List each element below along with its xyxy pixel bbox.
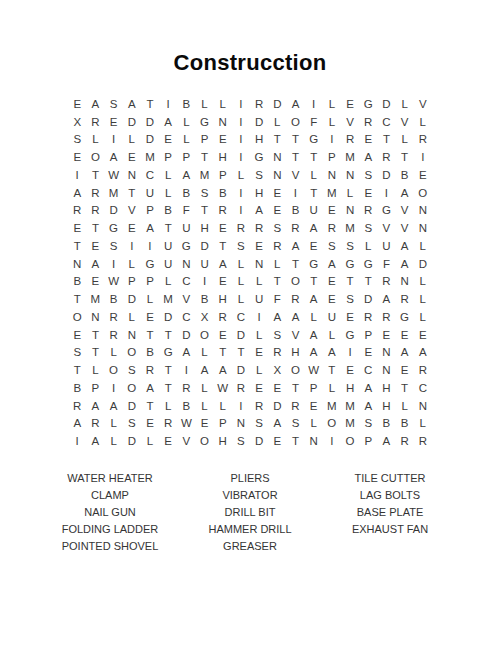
grid-cell[interactable]: P — [177, 148, 195, 166]
grid-cell[interactable]: P — [214, 415, 232, 433]
grid-cell[interactable]: I — [232, 148, 250, 166]
grid-cell[interactable]: N — [305, 432, 323, 450]
grid-cell[interactable]: I — [232, 113, 250, 131]
grid-cell[interactable]: B — [377, 415, 395, 433]
grid-cell[interactable]: E — [159, 432, 177, 450]
grid-cell[interactable]: A — [86, 255, 104, 273]
grid-cell[interactable]: I — [68, 166, 86, 184]
grid-cell[interactable]: V — [177, 432, 195, 450]
grid-cell[interactable]: L — [214, 95, 232, 113]
grid-cell[interactable]: N — [377, 344, 395, 362]
grid-cell[interactable]: X — [68, 113, 86, 131]
grid-cell[interactable]: H — [214, 290, 232, 308]
grid-cell[interactable]: P — [359, 432, 377, 450]
grid-cell[interactable]: E — [195, 415, 213, 433]
grid-cell[interactable]: S — [123, 415, 141, 433]
grid-cell[interactable]: U — [141, 184, 159, 202]
grid-cell[interactable]: S — [250, 415, 268, 433]
grid-cell[interactable]: P — [86, 379, 104, 397]
grid-cell[interactable]: E — [396, 326, 414, 344]
grid-cell[interactable]: H — [250, 131, 268, 149]
grid-cell[interactable]: T — [86, 326, 104, 344]
grid-cell[interactable]: L — [250, 273, 268, 291]
grid-cell[interactable]: E — [268, 379, 286, 397]
grid-cell[interactable]: A — [396, 255, 414, 273]
grid-cell[interactable]: T — [268, 131, 286, 149]
grid-cell[interactable]: B — [105, 290, 123, 308]
grid-cell[interactable]: C — [141, 166, 159, 184]
grid-cell[interactable]: L — [232, 273, 250, 291]
grid-cell[interactable]: N — [268, 148, 286, 166]
grid-cell[interactable]: V — [396, 219, 414, 237]
grid-cell[interactable]: E — [377, 326, 395, 344]
grid-cell[interactable]: D — [123, 290, 141, 308]
grid-cell[interactable]: V — [286, 326, 304, 344]
grid-cell[interactable]: M — [341, 219, 359, 237]
grid-cell[interactable]: E — [250, 379, 268, 397]
grid-cell[interactable]: G — [341, 255, 359, 273]
grid-cell[interactable]: B — [195, 290, 213, 308]
grid-cell[interactable]: N — [377, 361, 395, 379]
grid-cell[interactable]: L — [86, 131, 104, 149]
grid-cell[interactable]: U — [159, 255, 177, 273]
grid-cell[interactable]: D — [159, 308, 177, 326]
grid-cell[interactable]: L — [159, 184, 177, 202]
grid-cell[interactable]: S — [123, 361, 141, 379]
grid-cell[interactable]: N — [414, 219, 432, 237]
grid-cell[interactable]: N — [396, 273, 414, 291]
grid-cell[interactable]: W — [105, 273, 123, 291]
grid-cell[interactable]: E — [250, 237, 268, 255]
grid-cell[interactable]: B — [68, 273, 86, 291]
grid-cell[interactable]: L — [232, 166, 250, 184]
grid-cell[interactable]: R — [214, 308, 232, 326]
grid-cell[interactable]: E — [123, 219, 141, 237]
grid-cell[interactable]: R — [359, 113, 377, 131]
grid-cell[interactable]: A — [377, 290, 395, 308]
grid-cell[interactable]: D — [123, 113, 141, 131]
grid-cell[interactable]: G — [305, 131, 323, 149]
grid-cell[interactable]: S — [359, 415, 377, 433]
grid-cell[interactable]: N — [177, 255, 195, 273]
grid-cell[interactable]: R — [250, 397, 268, 415]
grid-cell[interactable]: D — [250, 113, 268, 131]
grid-cell[interactable]: C — [232, 308, 250, 326]
grid-cell[interactable]: S — [268, 326, 286, 344]
grid-cell[interactable]: A — [305, 219, 323, 237]
grid-cell[interactable]: S — [341, 237, 359, 255]
grid-cell[interactable]: S — [286, 415, 304, 433]
grid-cell[interactable]: D — [141, 131, 159, 149]
grid-cell[interactable]: L — [250, 361, 268, 379]
grid-cell[interactable]: U — [159, 237, 177, 255]
grid-cell[interactable]: L — [341, 184, 359, 202]
grid-cell[interactable]: L — [86, 361, 104, 379]
grid-cell[interactable]: L — [396, 131, 414, 149]
grid-cell[interactable]: T — [396, 379, 414, 397]
grid-cell[interactable]: D — [250, 432, 268, 450]
grid-cell[interactable]: A — [214, 361, 232, 379]
grid-cell[interactable]: I — [323, 432, 341, 450]
grid-cell[interactable]: E — [323, 273, 341, 291]
grid-cell[interactable]: H — [250, 184, 268, 202]
grid-cell[interactable]: E — [86, 237, 104, 255]
grid-cell[interactable]: S — [68, 131, 86, 149]
grid-cell[interactable]: L — [414, 273, 432, 291]
grid-cell[interactable]: L — [305, 166, 323, 184]
grid-cell[interactable]: L — [323, 113, 341, 131]
grid-cell[interactable]: P — [141, 202, 159, 220]
grid-cell[interactable]: T — [286, 432, 304, 450]
grid-cell[interactable]: E — [341, 308, 359, 326]
grid-cell[interactable]: D — [232, 361, 250, 379]
grid-cell[interactable]: G — [195, 113, 213, 131]
grid-cell[interactable]: V — [177, 290, 195, 308]
grid-cell[interactable]: L — [305, 308, 323, 326]
grid-cell[interactable]: E — [268, 184, 286, 202]
grid-cell[interactable]: S — [250, 166, 268, 184]
grid-cell[interactable]: V — [341, 113, 359, 131]
grid-cell[interactable]: U — [177, 219, 195, 237]
grid-cell[interactable]: W — [177, 415, 195, 433]
grid-cell[interactable]: L — [123, 255, 141, 273]
grid-cell[interactable]: N — [86, 308, 104, 326]
grid-cell[interactable]: I — [68, 432, 86, 450]
grid-cell[interactable]: G — [159, 344, 177, 362]
grid-cell[interactable]: N — [250, 255, 268, 273]
grid-cell[interactable]: R — [68, 397, 86, 415]
grid-cell[interactable]: T — [68, 290, 86, 308]
grid-cell[interactable]: R — [232, 379, 250, 397]
grid-cell[interactable]: N — [123, 326, 141, 344]
grid-cell[interactable]: R — [232, 219, 250, 237]
grid-cell[interactable]: M — [341, 397, 359, 415]
grid-cell[interactable]: M — [323, 184, 341, 202]
grid-cell[interactable]: H — [377, 379, 395, 397]
grid-cell[interactable]: L — [195, 344, 213, 362]
grid-cell[interactable]: A — [177, 166, 195, 184]
grid-cell[interactable]: B — [286, 202, 304, 220]
grid-cell[interactable]: A — [86, 95, 104, 113]
grid-cell[interactable]: L — [105, 344, 123, 362]
grid-cell[interactable]: E — [359, 344, 377, 362]
grid-cell[interactable]: N — [123, 166, 141, 184]
grid-cell[interactable]: L — [396, 397, 414, 415]
grid-cell[interactable]: T — [286, 131, 304, 149]
grid-cell[interactable]: R — [286, 219, 304, 237]
grid-cell[interactable]: I — [105, 131, 123, 149]
grid-cell[interactable]: T — [86, 219, 104, 237]
grid-cell[interactable]: E — [123, 148, 141, 166]
grid-cell[interactable]: R — [268, 344, 286, 362]
grid-cell[interactable]: W — [105, 166, 123, 184]
grid-cell[interactable]: E — [68, 326, 86, 344]
grid-cell[interactable]: R — [86, 184, 104, 202]
grid-cell[interactable]: L — [195, 95, 213, 113]
grid-cell[interactable]: D — [123, 432, 141, 450]
grid-cell[interactable]: A — [86, 432, 104, 450]
grid-cell[interactable]: O — [286, 113, 304, 131]
grid-cell[interactable]: T — [159, 361, 177, 379]
grid-cell[interactable]: G — [105, 219, 123, 237]
grid-cell[interactable]: I — [159, 95, 177, 113]
grid-cell[interactable]: R — [414, 361, 432, 379]
grid-cell[interactable]: L — [123, 131, 141, 149]
grid-cell[interactable]: U — [377, 237, 395, 255]
grid-cell[interactable]: D — [268, 95, 286, 113]
grid-cell[interactable]: F — [268, 290, 286, 308]
grid-cell[interactable]: S — [359, 219, 377, 237]
grid-cell[interactable]: L — [214, 397, 232, 415]
grid-cell[interactable]: I — [250, 308, 268, 326]
grid-cell[interactable]: A — [396, 184, 414, 202]
grid-cell[interactable]: I — [232, 95, 250, 113]
grid-cell[interactable]: U — [323, 308, 341, 326]
grid-cell[interactable]: O — [123, 344, 141, 362]
grid-cell[interactable]: T — [214, 237, 232, 255]
grid-cell[interactable]: T — [141, 326, 159, 344]
grid-cell[interactable]: A — [286, 308, 304, 326]
grid-cell[interactable]: D — [268, 397, 286, 415]
grid-cell[interactable]: M — [195, 166, 213, 184]
grid-cell[interactable]: L — [323, 379, 341, 397]
grid-cell[interactable]: L — [323, 95, 341, 113]
grid-cell[interactable]: D — [141, 113, 159, 131]
grid-cell[interactable]: I — [323, 131, 341, 149]
grid-cell[interactable]: D — [359, 290, 377, 308]
grid-cell[interactable]: X — [195, 308, 213, 326]
grid-cell[interactable]: A — [286, 237, 304, 255]
grid-cell[interactable]: O — [286, 361, 304, 379]
grid-cell[interactable]: T — [268, 273, 286, 291]
grid-cell[interactable]: A — [123, 95, 141, 113]
grid-cell[interactable]: A — [159, 113, 177, 131]
grid-cell[interactable]: R — [141, 361, 159, 379]
grid-cell[interactable]: I — [414, 148, 432, 166]
grid-cell[interactable]: T — [323, 361, 341, 379]
grid-cell[interactable]: N — [341, 202, 359, 220]
grid-cell[interactable]: D — [105, 202, 123, 220]
grid-cell[interactable]: C — [177, 273, 195, 291]
grid-cell[interactable]: T — [341, 273, 359, 291]
grid-cell[interactable]: S — [341, 290, 359, 308]
grid-cell[interactable]: T — [286, 255, 304, 273]
grid-cell[interactable]: M — [159, 290, 177, 308]
grid-cell[interactable]: O — [195, 432, 213, 450]
grid-cell[interactable]: I — [232, 397, 250, 415]
grid-cell[interactable]: E — [414, 326, 432, 344]
grid-cell[interactable]: E — [214, 219, 232, 237]
grid-cell[interactable]: R — [341, 131, 359, 149]
grid-cell[interactable]: I — [105, 255, 123, 273]
grid-cell[interactable]: C — [177, 308, 195, 326]
grid-cell[interactable]: T — [305, 273, 323, 291]
grid-cell[interactable]: N — [323, 166, 341, 184]
grid-cell[interactable]: G — [359, 95, 377, 113]
grid-cell[interactable]: I — [341, 344, 359, 362]
grid-cell[interactable]: E — [141, 308, 159, 326]
grid-cell[interactable]: N — [268, 166, 286, 184]
grid-cell[interactable]: V — [396, 202, 414, 220]
grid-cell[interactable]: T — [377, 131, 395, 149]
grid-cell[interactable]: L — [195, 379, 213, 397]
grid-cell[interactable]: E — [214, 326, 232, 344]
grid-cell[interactable]: A — [305, 290, 323, 308]
grid-cell[interactable]: E — [359, 184, 377, 202]
grid-cell[interactable]: A — [86, 397, 104, 415]
grid-cell[interactable]: A — [177, 344, 195, 362]
grid-cell[interactable]: M — [341, 415, 359, 433]
grid-cell[interactable]: I — [141, 237, 159, 255]
grid-cell[interactable]: E — [359, 131, 377, 149]
grid-cell[interactable]: F — [177, 202, 195, 220]
grid-cell[interactable]: X — [268, 361, 286, 379]
grid-cell[interactable]: E — [214, 131, 232, 149]
grid-cell[interactable]: R — [250, 95, 268, 113]
grid-cell[interactable]: A — [105, 397, 123, 415]
grid-cell[interactable]: L — [177, 113, 195, 131]
grid-cell[interactable]: N — [232, 415, 250, 433]
grid-cell[interactable]: A — [396, 237, 414, 255]
grid-cell[interactable]: B — [396, 415, 414, 433]
grid-cell[interactable]: L — [359, 237, 377, 255]
grid-cell[interactable]: R — [68, 202, 86, 220]
grid-cell[interactable]: T — [86, 344, 104, 362]
grid-cell[interactable]: L — [177, 131, 195, 149]
grid-cell[interactable]: N — [214, 113, 232, 131]
grid-cell[interactable]: P — [323, 148, 341, 166]
grid-cell[interactable]: L — [305, 415, 323, 433]
grid-cell[interactable]: B — [177, 184, 195, 202]
grid-cell[interactable]: W — [305, 361, 323, 379]
grid-cell[interactable]: T — [159, 219, 177, 237]
grid-cell[interactable]: D — [377, 166, 395, 184]
grid-cell[interactable]: T — [396, 148, 414, 166]
grid-cell[interactable]: G — [341, 326, 359, 344]
grid-cell[interactable]: P — [123, 273, 141, 291]
grid-cell[interactable]: A — [396, 344, 414, 362]
grid-cell[interactable]: O — [86, 148, 104, 166]
grid-cell[interactable]: O — [195, 326, 213, 344]
grid-cell[interactable]: H — [195, 219, 213, 237]
grid-cell[interactable]: R — [359, 202, 377, 220]
grid-cell[interactable]: T — [141, 397, 159, 415]
grid-cell[interactable]: R — [359, 308, 377, 326]
grid-cell[interactable]: T — [159, 326, 177, 344]
grid-cell[interactable]: S — [68, 344, 86, 362]
grid-cell[interactable]: B — [177, 397, 195, 415]
grid-cell[interactable]: A — [414, 344, 432, 362]
grid-cell[interactable]: R — [105, 308, 123, 326]
grid-cell[interactable]: T — [159, 379, 177, 397]
grid-cell[interactable]: R — [414, 131, 432, 149]
grid-cell[interactable]: L — [159, 166, 177, 184]
grid-cell[interactable]: N — [68, 255, 86, 273]
grid-cell[interactable]: I — [177, 361, 195, 379]
grid-cell[interactable]: M — [323, 397, 341, 415]
grid-cell[interactable]: E — [341, 361, 359, 379]
grid-cell[interactable]: L — [268, 255, 286, 273]
grid-cell[interactable]: C — [414, 379, 432, 397]
grid-cell[interactable]: A — [359, 148, 377, 166]
grid-cell[interactable]: T — [232, 344, 250, 362]
grid-cell[interactable]: N — [341, 166, 359, 184]
grid-cell[interactable]: T — [68, 237, 86, 255]
grid-cell[interactable]: S — [105, 95, 123, 113]
grid-cell[interactable]: R — [177, 379, 195, 397]
grid-cell[interactable]: I — [377, 184, 395, 202]
grid-cell[interactable]: B — [68, 379, 86, 397]
grid-cell[interactable]: D — [177, 326, 195, 344]
grid-cell[interactable]: N — [414, 397, 432, 415]
grid-cell[interactable]: A — [68, 415, 86, 433]
grid-cell[interactable]: B — [141, 344, 159, 362]
grid-cell[interactable]: A — [305, 344, 323, 362]
grid-cell[interactable]: L — [323, 326, 341, 344]
grid-cell[interactable]: I — [232, 184, 250, 202]
grid-cell[interactable]: R — [250, 219, 268, 237]
grid-cell[interactable]: E — [396, 361, 414, 379]
grid-cell[interactable]: I — [105, 379, 123, 397]
grid-cell[interactable]: L — [105, 415, 123, 433]
grid-cell[interactable]: T — [214, 344, 232, 362]
grid-cell[interactable]: L — [250, 326, 268, 344]
grid-cell[interactable]: S — [232, 237, 250, 255]
grid-cell[interactable]: V — [377, 219, 395, 237]
grid-cell[interactable]: S — [323, 237, 341, 255]
grid-cell[interactable]: E — [414, 166, 432, 184]
grid-cell[interactable]: C — [377, 113, 395, 131]
grid-cell[interactable]: E — [68, 148, 86, 166]
grid-cell[interactable]: P — [359, 326, 377, 344]
grid-cell[interactable]: E — [305, 237, 323, 255]
grid-cell[interactable]: B — [177, 95, 195, 113]
grid-cell[interactable]: R — [396, 290, 414, 308]
grid-cell[interactable]: U — [305, 202, 323, 220]
grid-cell[interactable]: L — [159, 273, 177, 291]
grid-cell[interactable]: S — [232, 432, 250, 450]
grid-cell[interactable]: I — [232, 202, 250, 220]
grid-cell[interactable]: L — [396, 95, 414, 113]
grid-cell[interactable]: T — [195, 202, 213, 220]
grid-cell[interactable]: F — [377, 255, 395, 273]
grid-cell[interactable]: L — [414, 237, 432, 255]
grid-cell[interactable]: G — [377, 202, 395, 220]
grid-cell[interactable]: E — [159, 131, 177, 149]
grid-cell[interactable]: E — [323, 290, 341, 308]
grid-cell[interactable]: A — [105, 148, 123, 166]
grid-cell[interactable]: T — [141, 95, 159, 113]
grid-cell[interactable]: O — [286, 273, 304, 291]
grid-cell[interactable]: G — [177, 237, 195, 255]
grid-cell[interactable]: D — [232, 326, 250, 344]
grid-cell[interactable]: V — [123, 202, 141, 220]
grid-cell[interactable]: R — [159, 415, 177, 433]
grid-cell[interactable]: E — [141, 415, 159, 433]
grid-cell[interactable]: T — [86, 166, 104, 184]
grid-cell[interactable]: D — [195, 237, 213, 255]
grid-cell[interactable]: A — [359, 379, 377, 397]
grid-cell[interactable]: L — [232, 255, 250, 273]
grid-cell[interactable]: A — [323, 344, 341, 362]
grid-cell[interactable]: V — [414, 95, 432, 113]
grid-cell[interactable]: R — [323, 219, 341, 237]
grid-cell[interactable]: O — [323, 415, 341, 433]
grid-cell[interactable]: E — [341, 95, 359, 113]
grid-cell[interactable]: L — [159, 397, 177, 415]
grid-cell[interactable]: E — [323, 202, 341, 220]
grid-cell[interactable]: L — [232, 290, 250, 308]
